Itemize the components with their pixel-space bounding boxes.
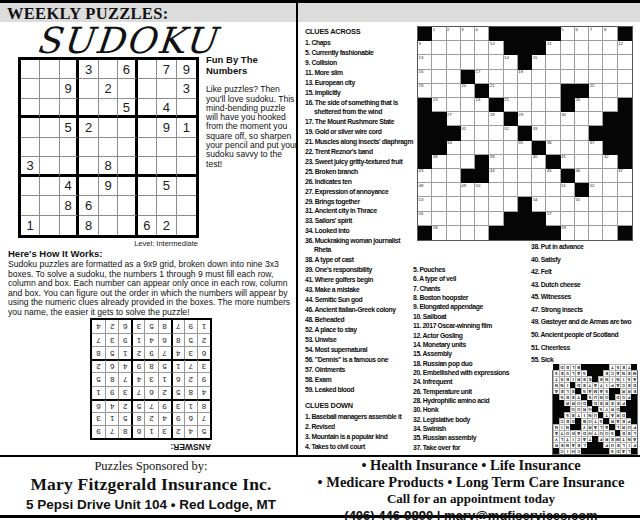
sudoku-cell[interactable]: [138, 60, 157, 79]
crossword-black-cell: [559, 400, 565, 406]
crossword-cell[interactable]: [447, 41, 461, 55]
sudoku-cell[interactable]: [40, 118, 59, 137]
crossword-cell[interactable]: [618, 70, 632, 84]
crossword-cell[interactable]: [561, 41, 575, 55]
crossword-cell[interactable]: [589, 212, 603, 226]
sudoku-cell[interactable]: 8: [99, 157, 118, 176]
sudoku-cell[interactable]: [40, 99, 59, 118]
sudoku-cell[interactable]: [177, 216, 196, 235]
crossword-cell[interactable]: [432, 212, 446, 226]
crossword-cell[interactable]: [504, 183, 518, 197]
sudoku-cell[interactable]: 2: [157, 216, 176, 235]
crossword-cell[interactable]: 16: [418, 70, 432, 84]
crossword-cell[interactable]: 32: [504, 126, 518, 140]
crossword-cell[interactable]: 8: [603, 27, 617, 41]
sudoku-cell[interactable]: 3: [177, 79, 196, 98]
crossword-cell[interactable]: 38: [432, 155, 446, 169]
crossword-cell[interactable]: 36: [546, 141, 560, 155]
crossword-cell[interactable]: 45: [546, 169, 560, 183]
crossword-cell[interactable]: 25: [504, 98, 518, 112]
crossword-cell[interactable]: [475, 112, 489, 126]
crossword-cell[interactable]: [546, 197, 560, 211]
cell-number: 27: [447, 113, 452, 117]
crossword-cell[interactable]: 19: [418, 84, 432, 98]
crossword-cell[interactable]: 14: [504, 55, 518, 69]
crossword-cell[interactable]: [504, 197, 518, 211]
crossword-cell[interactable]: [447, 226, 461, 240]
clue-item: 32. Legislative body: [413, 416, 534, 425]
crossword-cell[interactable]: [489, 183, 503, 197]
crossword-cell: A: [553, 430, 559, 436]
crossword-cell[interactable]: 56: [418, 212, 432, 226]
sudoku-cell[interactable]: [99, 196, 118, 215]
sudoku-cell[interactable]: [118, 196, 137, 215]
sudoku-cell[interactable]: [21, 99, 40, 118]
crossword-cell[interactable]: [475, 55, 489, 69]
clue-item: 20. Embellished with expressions: [413, 369, 534, 378]
crossword-cell[interactable]: 1: [432, 27, 446, 41]
crossword-cell[interactable]: [447, 197, 461, 211]
crossword-cell: D: [581, 400, 587, 406]
sudoku-cell[interactable]: [157, 138, 176, 157]
sudoku-cell[interactable]: [118, 138, 137, 157]
crossword-black-cell: [598, 448, 604, 454]
sudoku-cell[interactable]: [40, 157, 59, 176]
crossword-cell: L: [631, 430, 637, 436]
crossword-cell[interactable]: 44: [489, 169, 503, 183]
sudoku-cell[interactable]: [40, 196, 59, 215]
sudoku-cell[interactable]: [21, 118, 40, 137]
crossword-cell[interactable]: [489, 126, 503, 140]
sudoku-cell[interactable]: [138, 79, 157, 98]
sudoku-cell[interactable]: 1: [21, 216, 40, 235]
sudoku-cell[interactable]: 7: [157, 60, 176, 79]
cell-number: 42: [604, 155, 609, 159]
crossword-cell[interactable]: [532, 70, 546, 84]
crossword-cell[interactable]: [575, 226, 589, 240]
crossword-cell[interactable]: 57: [546, 212, 560, 226]
crossword-cell[interactable]: [603, 183, 617, 197]
crossword-cell: U: [626, 424, 632, 430]
crossword-cell[interactable]: [461, 141, 475, 155]
sudoku-cell[interactable]: 6: [138, 216, 157, 235]
sudoku-cell[interactable]: [138, 196, 157, 215]
crossword-cell[interactable]: 50: [475, 183, 489, 197]
crossword-cell[interactable]: [447, 169, 461, 183]
crossword-cell[interactable]: [432, 197, 446, 211]
crossword-black-cell: [418, 112, 432, 126]
crossword-cell[interactable]: [432, 84, 446, 98]
crossword-cell[interactable]: [546, 55, 560, 69]
crossword-cell[interactable]: [518, 155, 532, 169]
sudoku-cell[interactable]: [157, 79, 176, 98]
crossword-cell[interactable]: [603, 169, 617, 183]
crossword-cell[interactable]: [447, 70, 461, 84]
crossword-cell[interactable]: [475, 197, 489, 211]
crossword-cell[interactable]: [504, 155, 518, 169]
crossword-cell[interactable]: 10: [489, 41, 503, 55]
crossword-cell[interactable]: [475, 126, 489, 140]
crossword-cell[interactable]: [561, 126, 575, 140]
crossword-cell[interactable]: [532, 112, 546, 126]
crossword-cell[interactable]: [575, 126, 589, 140]
crossword-cell[interactable]: [504, 169, 518, 183]
sudoku-cell[interactable]: [118, 216, 137, 235]
crossword-cell[interactable]: [603, 197, 617, 211]
crossword-cell[interactable]: [504, 84, 518, 98]
crossword-cell[interactable]: 30: [561, 112, 575, 126]
crossword-cell[interactable]: 17: [475, 70, 489, 84]
crossword-cell[interactable]: 15: [532, 55, 546, 69]
crossword-cell[interactable]: [489, 197, 503, 211]
crossword-cell[interactable]: 51: [561, 183, 575, 197]
crossword-black-cell: [609, 388, 615, 394]
cell-number: 11: [547, 42, 551, 46]
crossword-cell[interactable]: [475, 141, 489, 155]
crossword-cell[interactable]: [603, 98, 617, 112]
sudoku-cell[interactable]: 3: [79, 60, 98, 79]
clue-item: 7. Chants: [413, 285, 534, 294]
crossword-cell[interactable]: [504, 70, 518, 84]
crossword-cell[interactable]: [461, 55, 475, 69]
crossword-cell[interactable]: 41: [561, 155, 575, 169]
sudoku-cell[interactable]: [138, 177, 157, 196]
sudoku-cell[interactable]: [177, 157, 196, 176]
crossword-cell[interactable]: [461, 212, 475, 226]
crossword-black-cell: [553, 394, 559, 400]
crossword-cell: E: [620, 418, 626, 424]
crossword-cell: S: [553, 370, 559, 376]
sudoku-cell[interactable]: 5: [60, 118, 79, 137]
sudoku-cell[interactable]: [40, 216, 59, 235]
sudoku-cell[interactable]: [99, 60, 118, 79]
crossword-cell[interactable]: 58: [432, 226, 446, 240]
sudoku-cell[interactable]: 2: [79, 118, 98, 137]
crossword-cell[interactable]: [461, 197, 475, 211]
clue-item: 34. Swinish: [413, 425, 534, 434]
crossword-cell[interactable]: [504, 141, 518, 155]
crossword-cell[interactable]: [532, 169, 546, 183]
crossword-cell[interactable]: 22: [589, 84, 603, 98]
crossword-cell[interactable]: [546, 70, 560, 84]
crossword-cell[interactable]: 12: [618, 41, 632, 55]
crossword-cell[interactable]: [432, 169, 446, 183]
crossword-cell[interactable]: 48: [418, 183, 432, 197]
crossword-cell[interactable]: 53: [418, 197, 432, 211]
crossword-cell[interactable]: 11: [546, 41, 560, 55]
sudoku-cell[interactable]: 9: [157, 118, 176, 137]
sudoku-cell[interactable]: [21, 138, 40, 157]
crossword-cell[interactable]: 13: [418, 55, 432, 69]
crossword-cell[interactable]: 7: [589, 27, 603, 41]
sudoku-cell[interactable]: [21, 60, 40, 79]
sudoku-cell[interactable]: [79, 138, 98, 157]
crossword-cell[interactable]: 20: [461, 84, 475, 98]
sudoku-cell[interactable]: [40, 177, 59, 196]
crossword-cell[interactable]: [489, 141, 503, 155]
crossword-cell[interactable]: 9: [418, 41, 432, 55]
sudoku-cell[interactable]: [118, 177, 137, 196]
crossword-cell[interactable]: [532, 84, 546, 98]
crossword-cell[interactable]: [546, 126, 560, 140]
sudoku-cell[interactable]: [79, 177, 98, 196]
crossword-cell[interactable]: [432, 55, 446, 69]
sudoku-cell[interactable]: [138, 118, 157, 137]
crossword-cell[interactable]: [518, 98, 532, 112]
crossword-cell[interactable]: [461, 41, 475, 55]
sudoku-cell[interactable]: 6: [79, 196, 98, 215]
crossword-cell[interactable]: 29: [518, 112, 532, 126]
sudoku-cell[interactable]: [79, 99, 98, 118]
crossword-cell[interactable]: [561, 197, 575, 211]
crossword-black-cell: [598, 412, 604, 418]
crossword-cell[interactable]: [475, 212, 489, 226]
crossword-cell[interactable]: [561, 212, 575, 226]
crossword-cell[interactable]: [561, 55, 575, 69]
crossword-cell[interactable]: [589, 155, 603, 169]
crossword-cell[interactable]: 35: [518, 141, 532, 155]
crossword-cell[interactable]: 33: [532, 126, 546, 140]
crossword-cell[interactable]: [603, 212, 617, 226]
clue-item: 47. Strong insects: [531, 306, 639, 315]
crossword-cell[interactable]: [461, 226, 475, 240]
crossword-cell[interactable]: 52: [589, 183, 603, 197]
crossword-cell[interactable]: [575, 41, 589, 55]
crossword-black-cell: [559, 406, 565, 412]
sudoku-cell[interactable]: 8: [79, 216, 98, 235]
clue-item: 59. Leaked blood: [305, 386, 418, 395]
crossword-cell[interactable]: 42: [603, 155, 617, 169]
crossword-cell[interactable]: [475, 41, 489, 55]
sudoku-cell[interactable]: [21, 177, 40, 196]
crossword-cell[interactable]: 27: [447, 112, 461, 126]
crossword-cell[interactable]: [546, 98, 560, 112]
sudoku-cell[interactable]: [79, 157, 98, 176]
crossword-cell[interactable]: [475, 226, 489, 240]
sudoku-cell[interactable]: [60, 99, 79, 118]
crossword-cell[interactable]: 54: [532, 197, 546, 211]
crossword-cell[interactable]: [575, 141, 589, 155]
crossword-black-cell: [592, 370, 598, 376]
cell-number: 7: [590, 28, 592, 32]
crossword-cell[interactable]: [532, 98, 546, 112]
crossword-cell[interactable]: [618, 183, 632, 197]
crossword-cell[interactable]: 43: [418, 169, 432, 183]
crossword-cell[interactable]: [589, 197, 603, 211]
sudoku-cell: 8: [144, 359, 157, 372]
crossword-cell[interactable]: 31: [461, 126, 475, 140]
crossword-cell[interactable]: [447, 183, 461, 197]
sudoku-cell[interactable]: [177, 177, 196, 196]
crossword-cell[interactable]: [447, 212, 461, 226]
crossword-cell[interactable]: [461, 112, 475, 126]
crossword-cell[interactable]: [518, 84, 532, 98]
crossword-cell[interactable]: [489, 212, 503, 226]
crossword-cell[interactable]: [589, 70, 603, 84]
cell-number: 45: [547, 169, 552, 173]
crossword-black-cell: [575, 84, 589, 98]
crossword-cell[interactable]: 24: [475, 98, 489, 112]
crossword-cell[interactable]: [603, 55, 617, 69]
crossword-cell[interactable]: 6: [575, 27, 589, 41]
crossword-cell[interactable]: [589, 98, 603, 112]
sudoku-cell[interactable]: 3: [21, 157, 40, 176]
crossword-cell[interactable]: [618, 197, 632, 211]
crossword-cell: R: [603, 436, 609, 442]
crossword-cell[interactable]: 18: [518, 70, 532, 84]
crossword-cell[interactable]: [447, 155, 461, 169]
sudoku-cell[interactable]: [157, 157, 176, 176]
crossword-cell[interactable]: 4: [475, 27, 489, 41]
crossword-cell[interactable]: [575, 55, 589, 69]
sudoku-cell[interactable]: [177, 196, 196, 215]
sudoku-cell[interactable]: [138, 99, 157, 118]
crossword-black-cell: [618, 141, 632, 155]
crossword-cell[interactable]: [461, 155, 475, 169]
sudoku-cell[interactable]: [60, 60, 79, 79]
crossword-cell[interactable]: 40: [532, 155, 546, 169]
crossword-cell[interactable]: [561, 70, 575, 84]
crossword-cell[interactable]: [618, 212, 632, 226]
crossword-cell[interactable]: [489, 55, 503, 69]
sudoku-cell[interactable]: [79, 79, 98, 98]
sudoku-cell[interactable]: 1: [177, 118, 196, 137]
crossword-cell[interactable]: [575, 70, 589, 84]
crossword-grid[interactable]: 1234567891011121314151617181920212223242…: [417, 26, 633, 241]
sudoku-cell[interactable]: [138, 157, 157, 176]
crossword-cell[interactable]: [518, 169, 532, 183]
sudoku-grid[interactable]: 367992354529138495861862: [18, 57, 199, 238]
crossword-cell[interactable]: [518, 183, 532, 197]
sudoku-cell: 6: [171, 372, 184, 385]
crossword-black-cell: [598, 442, 604, 448]
crossword-cell[interactable]: 46: [575, 169, 589, 183]
crossword-cell[interactable]: 37: [589, 141, 603, 155]
crossword-cell[interactable]: 55: [575, 197, 589, 211]
crossword-cell[interactable]: 34: [447, 141, 461, 155]
cell-number: 30: [561, 113, 566, 117]
sudoku-cell[interactable]: [157, 196, 176, 215]
sudoku-cell[interactable]: [177, 99, 196, 118]
crossword-black-cell: [609, 424, 615, 430]
sudoku-cell[interactable]: [40, 138, 59, 157]
crossword-cell[interactable]: [489, 70, 503, 84]
clue-item: 21. Muscles along insects' diaphragm: [305, 138, 418, 147]
sudoku-cell[interactable]: [118, 118, 137, 137]
crossword-cell[interactable]: [461, 98, 475, 112]
crossword-cell: A: [570, 442, 576, 448]
sudoku-cell[interactable]: 6: [118, 60, 137, 79]
crossword-cell[interactable]: [432, 70, 446, 84]
sudoku-cell[interactable]: [99, 118, 118, 137]
crossword-cell[interactable]: [432, 183, 446, 197]
crossword-cell[interactable]: [546, 84, 560, 98]
sudoku-cell[interactable]: 5: [118, 99, 137, 118]
sudoku-cell[interactable]: [99, 99, 118, 118]
sudoku-cell[interactable]: [40, 79, 59, 98]
sudoku-cell[interactable]: 8: [60, 196, 79, 215]
crossword-cell: H: [587, 430, 593, 436]
clue-item: 13. European city: [305, 79, 418, 88]
crossword-cell[interactable]: [447, 84, 461, 98]
sudoku-cell[interactable]: 9: [99, 177, 118, 196]
crossword-cell[interactable]: [561, 141, 575, 155]
crossword-cell[interactable]: [618, 55, 632, 69]
crossword-cell: T: [559, 430, 565, 436]
crossword-cell[interactable]: [589, 55, 603, 69]
crossword-cell[interactable]: [589, 112, 603, 126]
crossword-cell[interactable]: [589, 226, 603, 240]
crossword-cell[interactable]: 23: [432, 98, 446, 112]
crossword-cell[interactable]: 3: [461, 27, 475, 41]
sudoku-cell[interactable]: 9: [177, 60, 196, 79]
crossword-cell[interactable]: [603, 84, 617, 98]
crossword-cell[interactable]: 39: [489, 155, 503, 169]
crossword-cell[interactable]: [546, 112, 560, 126]
sudoku-cell[interactable]: 2: [99, 79, 118, 98]
cell-number: 29: [518, 113, 523, 117]
crossword-black-cell: [618, 226, 632, 240]
sudoku-cell[interactable]: [118, 79, 137, 98]
sudoku-cell[interactable]: [21, 196, 40, 215]
crossword-cell[interactable]: [546, 183, 560, 197]
crossword-cell[interactable]: 59: [561, 226, 575, 240]
sudoku-cell[interactable]: [118, 157, 137, 176]
clue-item: 19. Gold or silver wire cord: [305, 128, 418, 137]
sudoku-cell[interactable]: [138, 138, 157, 157]
sudoku-cell[interactable]: [21, 79, 40, 98]
crossword-cell[interactable]: 2: [447, 27, 461, 41]
cell-number: 24: [476, 98, 481, 102]
sudoku-cell[interactable]: [177, 138, 196, 157]
crossword-cell[interactable]: 28: [489, 112, 503, 126]
crossword-black-cell: [561, 98, 575, 112]
crossword-cell[interactable]: [432, 41, 446, 55]
crossword-cell[interactable]: [532, 183, 546, 197]
sudoku-cell[interactable]: [60, 157, 79, 176]
crossword-cell[interactable]: 5: [561, 27, 575, 41]
crossword-cell: L: [620, 442, 626, 448]
crossword-cell[interactable]: 49: [461, 183, 475, 197]
sudoku-cell[interactable]: 4: [60, 177, 79, 196]
sudoku-cell[interactable]: 5: [157, 177, 176, 196]
sudoku-cell[interactable]: [99, 216, 118, 235]
crossword-cell[interactable]: [447, 98, 461, 112]
crossword-cell[interactable]: [603, 226, 617, 240]
sudoku-cell[interactable]: [60, 216, 79, 235]
crossword-cell[interactable]: [589, 41, 603, 55]
sponsor-band: Puzzles Sponsored by: Mary Fitzgerald In…: [0, 455, 640, 518]
crossword-cell: P: [626, 394, 632, 400]
crossword-cell[interactable]: [575, 155, 589, 169]
sudoku-cell[interactable]: [99, 138, 118, 157]
crossword-cell[interactable]: [589, 169, 603, 183]
crossword-cell[interactable]: [447, 55, 461, 69]
crossword-cell[interactable]: 21: [489, 84, 503, 98]
sudoku-cell[interactable]: 4: [157, 99, 176, 118]
crossword-cell[interactable]: [603, 70, 617, 84]
crossword-cell[interactable]: 26: [575, 98, 589, 112]
crossword-cell[interactable]: [618, 84, 632, 98]
sudoku-cell[interactable]: [40, 60, 59, 79]
crossword-cell[interactable]: [575, 112, 589, 126]
crossword-cell[interactable]: [603, 41, 617, 55]
crossword-cell[interactable]: [575, 212, 589, 226]
crossword-cell: S: [564, 412, 570, 418]
crossword-cell[interactable]: 47: [618, 169, 632, 183]
sudoku-cell[interactable]: 9: [60, 79, 79, 98]
sudoku-cell[interactable]: [60, 138, 79, 157]
